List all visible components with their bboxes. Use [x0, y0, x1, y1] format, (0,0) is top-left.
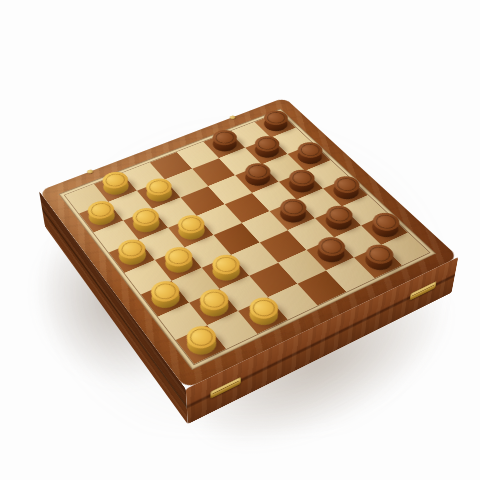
board-square[interactable]	[214, 223, 260, 255]
dark-checker-piece[interactable]	[292, 147, 326, 168]
light-checker-piece[interactable]	[194, 293, 233, 322]
dark-checker-piece[interactable]	[366, 217, 403, 242]
dark-checker-piece[interactable]	[312, 241, 349, 267]
light-checker-piece[interactable]	[84, 205, 119, 229]
board-inlay-border	[59, 109, 437, 371]
dark-checker-piece[interactable]	[274, 203, 310, 227]
dark-checker-piece[interactable]	[208, 134, 241, 155]
board-square[interactable]	[192, 158, 235, 186]
light-checker-piece[interactable]	[207, 258, 244, 285]
dark-checker-piece[interactable]	[320, 210, 356, 234]
board-3d-scene	[39, 98, 458, 389]
dark-checker-piece[interactable]	[240, 167, 274, 189]
dark-checker-piece[interactable]	[284, 174, 319, 197]
light-checker-piece[interactable]	[160, 251, 197, 277]
photo-background	[0, 0, 480, 480]
latch-pin	[229, 115, 236, 120]
board-square[interactable]	[150, 152, 192, 180]
light-checker-piece[interactable]	[142, 183, 176, 206]
checkers-board	[39, 98, 458, 389]
board-square[interactable]	[249, 263, 297, 298]
latch-pin	[86, 169, 94, 174]
light-checker-piece[interactable]	[114, 243, 150, 269]
dark-checker-piece[interactable]	[250, 140, 283, 161]
light-checker-piece[interactable]	[146, 285, 184, 313]
light-checker-piece[interactable]	[173, 219, 209, 244]
brass-hinge	[210, 377, 241, 399]
board-square[interactable]	[260, 230, 307, 262]
brass-hinge	[410, 281, 437, 301]
dark-checker-piece[interactable]	[259, 115, 292, 135]
board-square[interactable]	[181, 186, 225, 216]
dark-checker-piece[interactable]	[328, 180, 363, 203]
